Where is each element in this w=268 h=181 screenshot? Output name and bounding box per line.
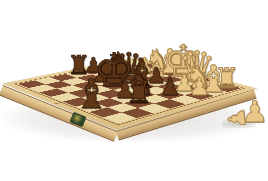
chess-set-photo: ♞♝♚♛♜♟♟♞♝♟♟♞♟♟♟♛♝♟♜♟♚♞♟♜♝♟♟ xyxy=(0,0,268,181)
fallen-pawn-shadow xyxy=(222,120,256,128)
